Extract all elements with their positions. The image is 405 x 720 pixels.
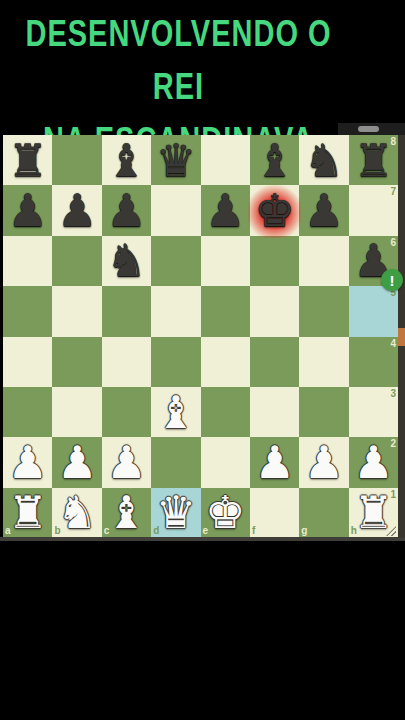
square-e3[interactable] bbox=[201, 387, 250, 437]
square-b7[interactable]: ♟ bbox=[52, 185, 101, 235]
white-rook[interactable]: ♜ bbox=[3, 488, 52, 538]
square-f6[interactable] bbox=[250, 236, 299, 286]
black-knight[interactable]: ♞ bbox=[299, 135, 348, 185]
square-d1[interactable]: ♛d bbox=[151, 488, 200, 538]
black-pawn[interactable]: ♟ bbox=[52, 185, 101, 235]
square-d2[interactable] bbox=[151, 437, 200, 487]
chess-board: ♜♝♛♝♞♜8♟♟♟♟♚♟7♞♟654♝3♟♟♟♟♟♟2♜a♞b♝c♛d♚efg… bbox=[3, 135, 398, 538]
square-a5[interactable] bbox=[3, 286, 52, 336]
square-e8[interactable] bbox=[201, 135, 250, 185]
square-f3[interactable] bbox=[250, 387, 299, 437]
video-frame: DESENVOLVENDO O REI NA ESCANDINAVA ♜♝♛♝♞… bbox=[0, 0, 405, 720]
square-g4[interactable] bbox=[299, 337, 348, 387]
white-bishop[interactable]: ♝ bbox=[151, 387, 200, 437]
square-c4[interactable] bbox=[102, 337, 151, 387]
square-e4[interactable] bbox=[201, 337, 250, 387]
square-h3[interactable]: 3 bbox=[349, 387, 398, 437]
square-c1[interactable]: ♝c bbox=[102, 488, 151, 538]
square-b5[interactable] bbox=[52, 286, 101, 336]
coord-file-label: f bbox=[252, 526, 255, 536]
black-rook[interactable]: ♜ bbox=[349, 135, 398, 185]
square-a1[interactable]: ♜a bbox=[3, 488, 52, 538]
square-a6[interactable] bbox=[3, 236, 52, 286]
square-a3[interactable] bbox=[3, 387, 52, 437]
square-g3[interactable] bbox=[299, 387, 348, 437]
square-h2[interactable]: ♟2 bbox=[349, 437, 398, 487]
move-quality-badge: ! bbox=[381, 269, 403, 291]
square-f2[interactable]: ♟ bbox=[250, 437, 299, 487]
square-h5[interactable]: 5 bbox=[349, 286, 398, 336]
square-g6[interactable] bbox=[299, 236, 348, 286]
square-c8[interactable]: ♝ bbox=[102, 135, 151, 185]
square-d6[interactable] bbox=[151, 236, 200, 286]
square-b8[interactable] bbox=[52, 135, 101, 185]
square-d4[interactable] bbox=[151, 337, 200, 387]
square-g2[interactable]: ♟ bbox=[299, 437, 348, 487]
square-c2[interactable]: ♟ bbox=[102, 437, 151, 487]
square-a8[interactable]: ♜ bbox=[3, 135, 52, 185]
square-e7[interactable]: ♟ bbox=[201, 185, 250, 235]
square-c5[interactable] bbox=[102, 286, 151, 336]
black-pawn[interactable]: ♟ bbox=[102, 185, 151, 235]
square-h8[interactable]: ♜8 bbox=[349, 135, 398, 185]
square-g5[interactable] bbox=[299, 286, 348, 336]
square-b3[interactable] bbox=[52, 387, 101, 437]
square-a7[interactable]: ♟ bbox=[3, 185, 52, 235]
white-pawn[interactable]: ♟ bbox=[102, 437, 151, 487]
square-e6[interactable] bbox=[201, 236, 250, 286]
black-bishop[interactable]: ♝ bbox=[102, 135, 151, 185]
white-bishop[interactable]: ♝ bbox=[102, 488, 151, 538]
white-queen[interactable]: ♛ bbox=[151, 488, 200, 538]
white-pawn[interactable]: ♟ bbox=[52, 437, 101, 487]
square-e5[interactable] bbox=[201, 286, 250, 336]
black-king[interactable]: ♚ bbox=[250, 185, 299, 235]
white-pawn[interactable]: ♟ bbox=[349, 437, 398, 487]
black-pawn[interactable]: ♟ bbox=[299, 185, 348, 235]
square-g7[interactable]: ♟ bbox=[299, 185, 348, 235]
square-c7[interactable]: ♟ bbox=[102, 185, 151, 235]
coord-rank-label: 3 bbox=[390, 389, 396, 399]
square-d8[interactable]: ♛ bbox=[151, 135, 200, 185]
coord-rank-label: 4 bbox=[390, 339, 396, 349]
square-b1[interactable]: ♞b bbox=[52, 488, 101, 538]
square-f5[interactable] bbox=[250, 286, 299, 336]
black-pawn[interactable]: ♟ bbox=[201, 185, 250, 235]
square-a4[interactable] bbox=[3, 337, 52, 387]
square-f7[interactable]: ♚ bbox=[250, 185, 299, 235]
white-king[interactable]: ♚ bbox=[201, 488, 250, 538]
square-d3[interactable]: ♝ bbox=[151, 387, 200, 437]
black-rook[interactable]: ♜ bbox=[3, 135, 52, 185]
square-a2[interactable]: ♟ bbox=[3, 437, 52, 487]
square-f8[interactable]: ♝ bbox=[250, 135, 299, 185]
square-h1[interactable]: ♜h1 bbox=[349, 488, 398, 538]
square-h4[interactable]: 4 bbox=[349, 337, 398, 387]
square-b4[interactable] bbox=[52, 337, 101, 387]
drag-handle[interactable] bbox=[358, 126, 379, 132]
coord-file-label: g bbox=[301, 526, 307, 536]
square-b6[interactable] bbox=[52, 236, 101, 286]
square-c6[interactable]: ♞ bbox=[102, 236, 151, 286]
coord-rank-label: 7 bbox=[390, 187, 396, 197]
square-g1[interactable]: g bbox=[299, 488, 348, 538]
black-pawn[interactable]: ♟ bbox=[3, 185, 52, 235]
square-e1[interactable]: ♚e bbox=[201, 488, 250, 538]
square-d5[interactable] bbox=[151, 286, 200, 336]
black-queen[interactable]: ♛ bbox=[151, 135, 200, 185]
title-line-1: DESENVOLVENDO O REI bbox=[0, 6, 357, 114]
square-g8[interactable]: ♞ bbox=[299, 135, 348, 185]
square-d7[interactable] bbox=[151, 185, 200, 235]
black-knight[interactable]: ♞ bbox=[102, 236, 151, 286]
white-pawn[interactable]: ♟ bbox=[250, 437, 299, 487]
black-bishop[interactable]: ♝ bbox=[250, 135, 299, 185]
square-h7[interactable]: 7 bbox=[349, 185, 398, 235]
white-pawn[interactable]: ♟ bbox=[299, 437, 348, 487]
side-panel-strip bbox=[398, 135, 405, 538]
square-f4[interactable] bbox=[250, 337, 299, 387]
square-f1[interactable]: f bbox=[250, 488, 299, 538]
square-c3[interactable] bbox=[102, 387, 151, 437]
square-e2[interactable] bbox=[201, 437, 250, 487]
white-pawn[interactable]: ♟ bbox=[3, 437, 52, 487]
square-b2[interactable]: ♟ bbox=[52, 437, 101, 487]
white-knight[interactable]: ♞ bbox=[52, 488, 101, 538]
white-rook[interactable]: ♜ bbox=[349, 488, 398, 538]
scroll-indicator bbox=[398, 328, 405, 346]
